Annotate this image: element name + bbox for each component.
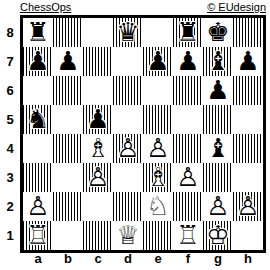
- rank-label-5: 5: [0, 105, 20, 134]
- square-a4[interactable]: [23, 134, 53, 163]
- piece-outline: ♙: [83, 163, 113, 192]
- piece-outline: ♙: [113, 134, 143, 163]
- black-bishop[interactable]: ♝: [203, 134, 233, 163]
- square-f5[interactable]: [173, 105, 203, 134]
- square-f8[interactable]: ♜: [173, 18, 203, 47]
- black-pawn[interactable]: ♟: [233, 47, 263, 76]
- square-f4[interactable]: [173, 134, 203, 163]
- square-f6[interactable]: [173, 76, 203, 105]
- file-label-e: e: [143, 252, 173, 266]
- square-a2[interactable]: ♟♙: [23, 192, 53, 221]
- file-label-d: d: [113, 252, 143, 266]
- white-rook[interactable]: ♜♖: [23, 221, 53, 250]
- board-frame: ♜♛♜♚♟♟♟♟♝♟♟♞♟♝♗♟♙♟♙♝♟♙♝♗♟♙♟♙♞♘♟♙♟♙♜♖♛♕♜♖…: [20, 15, 266, 253]
- piece-outline: ♙: [203, 192, 233, 221]
- square-f3[interactable]: ♟♙: [173, 163, 203, 192]
- piece-outline: ♘: [143, 192, 173, 221]
- white-pawn[interactable]: ♟♙: [83, 163, 113, 192]
- square-a1[interactable]: ♜♖: [23, 221, 53, 250]
- square-g8[interactable]: ♚: [203, 18, 233, 47]
- square-e1[interactable]: [143, 221, 173, 250]
- square-a5[interactable]: ♞: [23, 105, 53, 134]
- piece-outline: ♖: [23, 221, 53, 250]
- square-e4[interactable]: ♟♙: [143, 134, 173, 163]
- white-rook[interactable]: ♜♖: [173, 221, 203, 250]
- rank-label-3: 3: [0, 163, 20, 192]
- square-e3[interactable]: ♝♗: [143, 163, 173, 192]
- square-g5[interactable]: [203, 105, 233, 134]
- square-d1[interactable]: ♛♕: [113, 221, 143, 250]
- black-pawn[interactable]: ♟: [23, 47, 53, 76]
- piece-outline: ♕: [113, 221, 143, 250]
- black-pawn[interactable]: ♟: [143, 47, 173, 76]
- white-bishop[interactable]: ♝♗: [83, 134, 113, 163]
- square-c8[interactable]: [83, 18, 113, 47]
- rank-label-1: 1: [0, 221, 20, 250]
- square-b3[interactable]: [53, 163, 83, 192]
- black-king[interactable]: ♚: [203, 18, 233, 47]
- black-queen[interactable]: ♛: [113, 18, 143, 47]
- piece-outline: ♙: [173, 163, 203, 192]
- file-label-a: a: [23, 252, 53, 266]
- square-h5[interactable]: [233, 105, 263, 134]
- square-b5[interactable]: [53, 105, 83, 134]
- black-rook[interactable]: ♜: [173, 18, 203, 47]
- square-d8[interactable]: ♛: [113, 18, 143, 47]
- rank-label-6: 6: [0, 76, 20, 105]
- file-label-f: f: [173, 252, 203, 266]
- credit-link[interactable]: © EUdesign: [207, 1, 266, 14]
- square-g2[interactable]: ♟♙: [203, 192, 233, 221]
- white-pawn[interactable]: ♟♙: [23, 192, 53, 221]
- square-b7[interactable]: ♟: [53, 47, 83, 76]
- square-d4[interactable]: ♟♙: [113, 134, 143, 163]
- square-g3[interactable]: [203, 163, 233, 192]
- square-b2[interactable]: [53, 192, 83, 221]
- square-h7[interactable]: ♟: [233, 47, 263, 76]
- white-queen[interactable]: ♛♕: [113, 221, 143, 250]
- file-label-g: g: [203, 252, 233, 266]
- square-e2[interactable]: ♞♘: [143, 192, 173, 221]
- square-b4[interactable]: [53, 134, 83, 163]
- square-h2[interactable]: ♟♙: [233, 192, 263, 221]
- file-labels: abcdefgh: [23, 252, 263, 266]
- black-pawn[interactable]: ♟: [203, 76, 233, 105]
- black-rook[interactable]: ♜: [23, 18, 53, 47]
- rank-label-2: 2: [0, 192, 20, 221]
- square-g7[interactable]: ♝: [203, 47, 233, 76]
- square-f2[interactable]: [173, 192, 203, 221]
- square-c1[interactable]: [83, 221, 113, 250]
- file-label-c: c: [83, 252, 113, 266]
- file-label-h: h: [233, 252, 263, 266]
- piece-outline: ♙: [143, 134, 173, 163]
- app-title-link[interactable]: ChessOps: [20, 1, 71, 14]
- rank-label-8: 8: [0, 18, 20, 47]
- chess-board: ♜♛♜♚♟♟♟♟♝♟♟♞♟♝♗♟♙♟♙♝♟♙♝♗♟♙♟♙♞♘♟♙♟♙♜♖♛♕♜♖…: [23, 18, 263, 250]
- black-knight[interactable]: ♞: [23, 105, 53, 134]
- square-c6[interactable]: [83, 76, 113, 105]
- piece-outline: ♖: [173, 221, 203, 250]
- white-knight[interactable]: ♞♘: [143, 192, 173, 221]
- white-pawn[interactable]: ♟♙: [143, 134, 173, 163]
- square-e6[interactable]: [143, 76, 173, 105]
- piece-outline: ♗: [83, 134, 113, 163]
- square-h3[interactable]: [233, 163, 263, 192]
- white-pawn[interactable]: ♟♙: [203, 192, 233, 221]
- square-b1[interactable]: [53, 221, 83, 250]
- square-g6[interactable]: ♟: [203, 76, 233, 105]
- piece-outline: ♗: [143, 163, 173, 192]
- square-d2[interactable]: [113, 192, 143, 221]
- white-king[interactable]: ♚♔: [203, 221, 233, 250]
- square-e7[interactable]: ♟: [143, 47, 173, 76]
- rank-label-7: 7: [0, 47, 20, 76]
- square-f7[interactable]: ♟: [173, 47, 203, 76]
- square-g4[interactable]: ♝: [203, 134, 233, 163]
- square-b6[interactable]: [53, 76, 83, 105]
- square-d3[interactable]: [113, 163, 143, 192]
- square-e5[interactable]: [143, 105, 173, 134]
- piece-outline: ♔: [203, 221, 233, 250]
- square-d5[interactable]: [113, 105, 143, 134]
- square-c5[interactable]: ♟: [83, 105, 113, 134]
- rank-label-4: 4: [0, 134, 20, 163]
- square-a7[interactable]: ♟: [23, 47, 53, 76]
- white-pawn[interactable]: ♟♙: [173, 163, 203, 192]
- piece-outline: ♙: [233, 192, 263, 221]
- piece-outline: ♙: [23, 192, 53, 221]
- square-c4[interactable]: ♝♗: [83, 134, 113, 163]
- black-pawn[interactable]: ♟: [53, 47, 83, 76]
- square-h4[interactable]: [233, 134, 263, 163]
- black-pawn[interactable]: ♟: [173, 47, 203, 76]
- file-label-b: b: [53, 252, 83, 266]
- square-a3[interactable]: [23, 163, 53, 192]
- square-a6[interactable]: [23, 76, 53, 105]
- square-c3[interactable]: ♟♙: [83, 163, 113, 192]
- square-c2[interactable]: [83, 192, 113, 221]
- square-e8[interactable]: [143, 18, 173, 47]
- square-h1[interactable]: [233, 221, 263, 250]
- square-b8[interactable]: [53, 18, 83, 47]
- black-bishop[interactable]: ♝: [203, 47, 233, 76]
- square-d6[interactable]: [113, 76, 143, 105]
- square-h6[interactable]: [233, 76, 263, 105]
- square-h8[interactable]: [233, 18, 263, 47]
- rank-labels: 87654321: [0, 18, 20, 250]
- header: ChessOps © EUdesign: [20, 1, 266, 14]
- square-d7[interactable]: [113, 47, 143, 76]
- square-c7[interactable]: [83, 47, 113, 76]
- chessops-diagram-page: ChessOps © EUdesign 87654321 ♜♛♜♚♟♟♟♟♝♟♟…: [0, 0, 270, 270]
- black-pawn[interactable]: ♟: [83, 105, 113, 134]
- square-f1[interactable]: ♜♖: [173, 221, 203, 250]
- square-g1[interactable]: ♚♔: [203, 221, 233, 250]
- square-a8[interactable]: ♜: [23, 18, 53, 47]
- white-pawn[interactable]: ♟♙: [233, 192, 263, 221]
- white-pawn[interactable]: ♟♙: [113, 134, 143, 163]
- white-bishop[interactable]: ♝♗: [143, 163, 173, 192]
